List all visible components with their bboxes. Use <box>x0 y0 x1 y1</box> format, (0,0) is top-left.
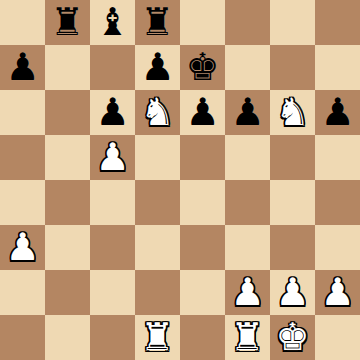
square-b7[interactable] <box>45 45 90 90</box>
black-pawn[interactable]: ♟ <box>230 90 264 135</box>
square-f6[interactable]: ♟ <box>225 90 270 135</box>
square-c3[interactable] <box>90 225 135 270</box>
square-g7[interactable] <box>270 45 315 90</box>
square-b8[interactable]: ♜ <box>45 0 90 45</box>
square-g2[interactable]: ♟ <box>270 270 315 315</box>
square-g5[interactable] <box>270 135 315 180</box>
square-b4[interactable] <box>45 180 90 225</box>
square-f5[interactable] <box>225 135 270 180</box>
square-c4[interactable] <box>90 180 135 225</box>
square-f4[interactable] <box>225 180 270 225</box>
square-d3[interactable] <box>135 225 180 270</box>
square-c8[interactable]: ♝ <box>90 0 135 45</box>
black-rook[interactable]: ♜ <box>50 0 84 45</box>
white-pawn[interactable]: ♟ <box>320 270 354 315</box>
black-pawn[interactable]: ♟ <box>320 90 354 135</box>
square-d8[interactable]: ♜ <box>135 0 180 45</box>
square-b5[interactable] <box>45 135 90 180</box>
black-king[interactable]: ♚ <box>185 45 219 90</box>
square-h4[interactable] <box>315 180 360 225</box>
black-bishop[interactable]: ♝ <box>95 0 129 45</box>
square-e5[interactable] <box>180 135 225 180</box>
square-d7[interactable]: ♟ <box>135 45 180 90</box>
square-a1[interactable] <box>0 315 45 360</box>
square-g3[interactable] <box>270 225 315 270</box>
square-d4[interactable] <box>135 180 180 225</box>
chess-board: ♜♝♜♟♟♚♟♞♟♟♞♟♟♟♟♟♟♜♜♚ <box>0 0 360 360</box>
square-f7[interactable] <box>225 45 270 90</box>
square-c7[interactable] <box>90 45 135 90</box>
square-g8[interactable] <box>270 0 315 45</box>
square-h7[interactable] <box>315 45 360 90</box>
white-rook[interactable]: ♜ <box>140 315 174 360</box>
square-d2[interactable] <box>135 270 180 315</box>
white-pawn[interactable]: ♟ <box>230 270 264 315</box>
square-e8[interactable] <box>180 0 225 45</box>
square-a2[interactable] <box>0 270 45 315</box>
square-c1[interactable] <box>90 315 135 360</box>
square-g1[interactable]: ♚ <box>270 315 315 360</box>
square-c2[interactable] <box>90 270 135 315</box>
square-a3[interactable]: ♟ <box>0 225 45 270</box>
square-a5[interactable] <box>0 135 45 180</box>
black-pawn[interactable]: ♟ <box>5 45 39 90</box>
square-e1[interactable] <box>180 315 225 360</box>
black-pawn[interactable]: ♟ <box>140 45 174 90</box>
square-d1[interactable]: ♜ <box>135 315 180 360</box>
square-g6[interactable]: ♞ <box>270 90 315 135</box>
square-e4[interactable] <box>180 180 225 225</box>
square-f2[interactable]: ♟ <box>225 270 270 315</box>
square-f3[interactable] <box>225 225 270 270</box>
square-e7[interactable]: ♚ <box>180 45 225 90</box>
square-d5[interactable] <box>135 135 180 180</box>
square-a7[interactable]: ♟ <box>0 45 45 90</box>
square-e3[interactable] <box>180 225 225 270</box>
white-pawn[interactable]: ♟ <box>275 270 309 315</box>
square-e2[interactable] <box>180 270 225 315</box>
square-h6[interactable]: ♟ <box>315 90 360 135</box>
square-a4[interactable] <box>0 180 45 225</box>
square-h3[interactable] <box>315 225 360 270</box>
black-pawn[interactable]: ♟ <box>185 90 219 135</box>
white-rook[interactable]: ♜ <box>230 315 264 360</box>
square-h8[interactable] <box>315 0 360 45</box>
square-g4[interactable] <box>270 180 315 225</box>
square-d6[interactable]: ♞ <box>135 90 180 135</box>
white-knight[interactable]: ♞ <box>140 90 174 135</box>
square-h1[interactable] <box>315 315 360 360</box>
square-h2[interactable]: ♟ <box>315 270 360 315</box>
white-pawn[interactable]: ♟ <box>5 225 39 270</box>
square-c6[interactable]: ♟ <box>90 90 135 135</box>
square-b1[interactable] <box>45 315 90 360</box>
white-knight[interactable]: ♞ <box>275 90 309 135</box>
square-f1[interactable]: ♜ <box>225 315 270 360</box>
square-a8[interactable] <box>0 0 45 45</box>
white-pawn[interactable]: ♟ <box>95 135 129 180</box>
square-e6[interactable]: ♟ <box>180 90 225 135</box>
black-rook[interactable]: ♜ <box>140 0 174 45</box>
square-a6[interactable] <box>0 90 45 135</box>
square-h5[interactable] <box>315 135 360 180</box>
square-b3[interactable] <box>45 225 90 270</box>
square-b6[interactable] <box>45 90 90 135</box>
square-c5[interactable]: ♟ <box>90 135 135 180</box>
square-b2[interactable] <box>45 270 90 315</box>
black-pawn[interactable]: ♟ <box>95 90 129 135</box>
square-f8[interactable] <box>225 0 270 45</box>
white-king[interactable]: ♚ <box>275 315 309 360</box>
